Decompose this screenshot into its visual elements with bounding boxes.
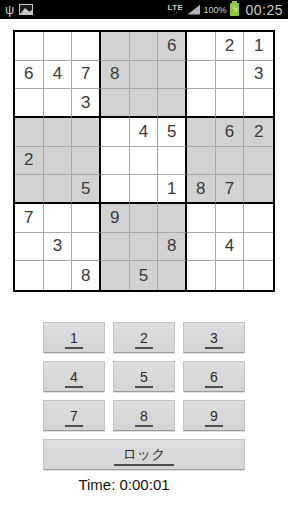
cell-r1c2[interactable] bbox=[44, 32, 73, 61]
cell-r4c5[interactable]: 4 bbox=[130, 118, 159, 147]
cell-r6c2[interactable] bbox=[44, 175, 73, 204]
digit-button-2[interactable]: 2 bbox=[113, 322, 175, 353]
digit-button-7[interactable]: 7 bbox=[43, 400, 105, 431]
cell-r5c7[interactable] bbox=[187, 147, 216, 176]
cell-r8c1[interactable] bbox=[15, 233, 44, 262]
cell-r2c2[interactable]: 4 bbox=[44, 61, 73, 90]
cell-r8c5[interactable] bbox=[130, 233, 159, 262]
cell-r5c3[interactable] bbox=[72, 147, 101, 176]
cell-r6c3[interactable]: 5 bbox=[72, 175, 101, 204]
cell-r7c3[interactable] bbox=[72, 204, 101, 233]
cell-r3c8[interactable] bbox=[216, 89, 245, 118]
cell-r6c1[interactable] bbox=[15, 175, 44, 204]
cell-r6c6[interactable]: 1 bbox=[158, 175, 187, 204]
cell-r2c9[interactable]: 3 bbox=[244, 61, 273, 90]
cell-r1c3[interactable] bbox=[72, 32, 101, 61]
cell-r4c9[interactable]: 2 bbox=[244, 118, 273, 147]
cell-r1c9[interactable]: 1 bbox=[244, 32, 273, 61]
cell-r8c9[interactable] bbox=[244, 233, 273, 262]
cell-r8c2[interactable]: 3 bbox=[44, 233, 73, 262]
cell-r2c4[interactable]: 8 bbox=[101, 61, 130, 90]
cell-r5c5[interactable] bbox=[130, 147, 159, 176]
signal-strength-icon bbox=[187, 5, 200, 15]
cell-r2c6[interactable] bbox=[158, 61, 187, 90]
cell-r8c7[interactable] bbox=[187, 233, 216, 262]
cell-r4c2[interactable] bbox=[44, 118, 73, 147]
cell-r5c4[interactable] bbox=[101, 147, 130, 176]
cell-r9c1[interactable] bbox=[15, 261, 44, 290]
cell-r5c1[interactable]: 2 bbox=[15, 147, 44, 176]
digit-button-9[interactable]: 9 bbox=[183, 400, 245, 431]
cell-r5c8[interactable] bbox=[216, 147, 245, 176]
cell-r9c9[interactable] bbox=[244, 261, 273, 290]
cell-r2c3[interactable]: 7 bbox=[72, 61, 101, 90]
cell-r6c5[interactable] bbox=[130, 175, 159, 204]
cell-r4c8[interactable]: 6 bbox=[216, 118, 245, 147]
cell-r1c6[interactable]: 6 bbox=[158, 32, 187, 61]
cell-r2c7[interactable] bbox=[187, 61, 216, 90]
cell-r3c5[interactable] bbox=[130, 89, 159, 118]
sudoku-board: 6216478334562251877938485 bbox=[13, 30, 275, 292]
cell-r7c4[interactable]: 9 bbox=[101, 204, 130, 233]
lock-button[interactable]: ロック bbox=[43, 439, 245, 470]
cell-r1c8[interactable]: 2 bbox=[216, 32, 245, 61]
cell-r3c3[interactable]: 3 bbox=[72, 89, 101, 118]
cell-r9c4[interactable] bbox=[101, 261, 130, 290]
network-type-indicator: LTE ↓↑ bbox=[167, 4, 183, 15]
cell-r7c5[interactable] bbox=[130, 204, 159, 233]
cell-r8c8[interactable]: 4 bbox=[216, 233, 245, 262]
cell-r2c5[interactable] bbox=[130, 61, 159, 90]
cell-r9c6[interactable] bbox=[158, 261, 187, 290]
network-activity-arrows-icon: ↓↑ bbox=[173, 12, 178, 15]
cell-r5c2[interactable] bbox=[44, 147, 73, 176]
screenshot-notification-icon bbox=[19, 4, 33, 15]
cell-r4c6[interactable]: 5 bbox=[158, 118, 187, 147]
cell-r3c4[interactable] bbox=[101, 89, 130, 118]
cell-r9c5[interactable]: 5 bbox=[130, 261, 159, 290]
cell-r1c1[interactable] bbox=[15, 32, 44, 61]
digit-button-3[interactable]: 3 bbox=[183, 322, 245, 353]
cell-r9c3[interactable]: 8 bbox=[72, 261, 101, 290]
cell-r3c6[interactable] bbox=[158, 89, 187, 118]
cell-r3c7[interactable] bbox=[187, 89, 216, 118]
cell-r1c5[interactable] bbox=[130, 32, 159, 61]
cell-r7c2[interactable] bbox=[44, 204, 73, 233]
cell-r9c2[interactable] bbox=[44, 261, 73, 290]
digit-button-8[interactable]: 8 bbox=[113, 400, 175, 431]
cell-r3c2[interactable] bbox=[44, 89, 73, 118]
cell-r6c8[interactable]: 7 bbox=[216, 175, 245, 204]
digit-button-1[interactable]: 1 bbox=[43, 322, 105, 353]
cell-r7c6[interactable] bbox=[158, 204, 187, 233]
cell-r5c6[interactable] bbox=[158, 147, 187, 176]
cell-r3c1[interactable] bbox=[15, 89, 44, 118]
digit-button-5[interactable]: 5 bbox=[113, 361, 175, 392]
cell-r9c7[interactable] bbox=[187, 261, 216, 290]
cell-r4c3[interactable] bbox=[72, 118, 101, 147]
digit-button-4[interactable]: 4 bbox=[43, 361, 105, 392]
cell-r4c4[interactable] bbox=[101, 118, 130, 147]
number-keypad: 1 2 3 4 5 6 7 8 9 ロック bbox=[0, 322, 288, 470]
cell-r7c1[interactable]: 7 bbox=[15, 204, 44, 233]
cell-r9c8[interactable] bbox=[216, 261, 245, 290]
cell-r7c8[interactable] bbox=[216, 204, 245, 233]
cell-r8c6[interactable]: 8 bbox=[158, 233, 187, 262]
battery-icon: ϟ bbox=[230, 3, 239, 16]
cell-r2c1[interactable]: 6 bbox=[15, 61, 44, 90]
charging-bolt-icon: ϟ bbox=[233, 5, 238, 14]
digit-button-6[interactable]: 6 bbox=[183, 361, 245, 392]
cell-r8c3[interactable] bbox=[72, 233, 101, 262]
battery-percent-label: 100% bbox=[203, 5, 226, 15]
cell-r8c4[interactable] bbox=[101, 233, 130, 262]
cell-r7c7[interactable] bbox=[187, 204, 216, 233]
cell-r4c7[interactable] bbox=[187, 118, 216, 147]
cell-r6c4[interactable] bbox=[101, 175, 130, 204]
cell-r3c9[interactable] bbox=[244, 89, 273, 118]
status-clock: 00:25 bbox=[245, 2, 283, 18]
cell-r7c9[interactable] bbox=[244, 204, 273, 233]
usb-icon: ψ bbox=[5, 3, 14, 16]
cell-r2c8[interactable] bbox=[216, 61, 245, 90]
cell-r1c4[interactable] bbox=[101, 32, 130, 61]
cell-r6c7[interactable]: 8 bbox=[187, 175, 216, 204]
timer-label: Time: 0:00:01 bbox=[0, 476, 248, 493]
cell-r4c1[interactable] bbox=[15, 118, 44, 147]
cell-r5c9[interactable] bbox=[244, 147, 273, 176]
status-bar: ψ LTE ↓↑ 100% ϟ 00:25 bbox=[0, 0, 288, 19]
cell-r6c9[interactable] bbox=[244, 175, 273, 204]
cell-r1c7[interactable] bbox=[187, 32, 216, 61]
